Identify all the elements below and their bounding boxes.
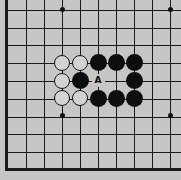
black-stone bbox=[108, 90, 125, 107]
black-stone bbox=[90, 54, 107, 71]
black-stone bbox=[126, 72, 143, 89]
go-diagram: A bbox=[0, 0, 181, 180]
point-label-A: A bbox=[92, 74, 105, 87]
white-stone bbox=[54, 55, 70, 71]
star-point bbox=[60, 113, 65, 118]
black-stone bbox=[72, 72, 89, 89]
star-point bbox=[60, 7, 65, 12]
star-point bbox=[168, 7, 173, 12]
black-stone bbox=[108, 54, 125, 71]
white-stone bbox=[72, 90, 88, 106]
black-stone bbox=[126, 54, 143, 71]
star-point bbox=[168, 113, 173, 118]
black-stone bbox=[126, 90, 143, 107]
white-stone bbox=[54, 90, 70, 106]
go-board-grid[interactable]: A bbox=[0, 1, 179, 178]
white-stone bbox=[54, 73, 70, 89]
white-stone bbox=[72, 55, 88, 71]
black-stone bbox=[90, 90, 107, 107]
